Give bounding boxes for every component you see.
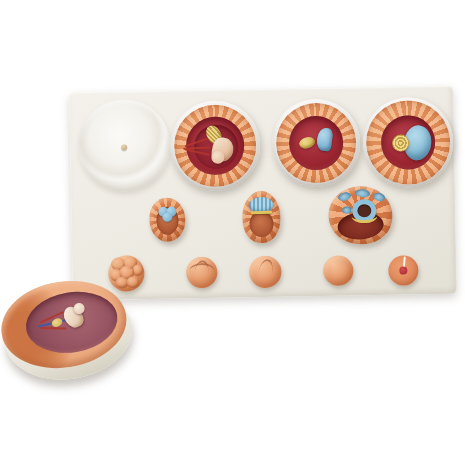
- yolk-sac: [298, 135, 316, 150]
- detached-fetus-disc: [0, 271, 142, 391]
- nucleus-dot: [399, 266, 407, 274]
- amnion: [316, 127, 334, 152]
- lacuna: [337, 191, 352, 202]
- lacuna: [355, 189, 371, 198]
- four-cell-model: [186, 257, 218, 289]
- ovum-model: [388, 255, 419, 286]
- cleavage-groove: [256, 258, 275, 288]
- hypoblast-line: [250, 211, 272, 214]
- disc1-content: [169, 100, 261, 192]
- lacuna: [342, 206, 351, 213]
- two-cell-model: [249, 256, 282, 289]
- empty-holder: [77, 99, 171, 193]
- baseboard: [69, 86, 457, 301]
- embryo-disc-week4: [271, 98, 361, 188]
- holder-magnet-pin: [121, 144, 127, 150]
- blastocyst-model: [149, 197, 186, 242]
- zygote-model: [323, 255, 354, 286]
- disc3-content: [362, 97, 454, 189]
- implanted-germ-model: [328, 186, 393, 245]
- lacuna: [372, 192, 386, 203]
- embryo-disc-week3: [362, 97, 454, 189]
- product-photo-stage: [0, 0, 465, 465]
- disc2-content: [271, 98, 361, 188]
- embryo-disc-week5: [169, 100, 261, 192]
- implanting-blastocyst-model: [242, 191, 281, 244]
- blastocoel: [249, 211, 273, 237]
